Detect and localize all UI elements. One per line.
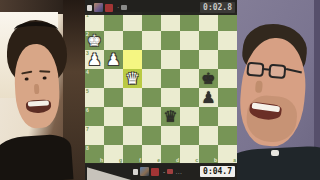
square-a8[interactable]: a [218, 145, 237, 164]
square-g6[interactable] [104, 107, 123, 126]
square-g7[interactable] [104, 126, 123, 145]
square-g4[interactable] [104, 69, 123, 88]
square-a3[interactable] [218, 50, 237, 69]
flag-icon-top [121, 5, 127, 10]
webcam-left [0, 0, 85, 180]
square-d7[interactable] [161, 126, 180, 145]
square-d2[interactable] [161, 31, 180, 50]
square-c3[interactable] [180, 50, 199, 69]
square-g3[interactable]: ♟ [104, 50, 123, 69]
square-b2[interactable] [199, 31, 218, 50]
square-a6[interactable] [218, 107, 237, 126]
square-f8[interactable]: f [123, 145, 142, 164]
square-e8[interactable]: e [142, 145, 161, 164]
square-b4[interactable]: ♚ [199, 69, 218, 88]
separator-top: · [117, 4, 119, 11]
square-c4[interactable] [180, 69, 199, 88]
person-left-smile [26, 99, 52, 113]
title-badge-icon [105, 4, 113, 12]
square-g5[interactable] [104, 88, 123, 107]
square-a7[interactable] [218, 126, 237, 145]
person-right-collar [271, 150, 279, 156]
person-left-eye [25, 77, 29, 80]
square-d5[interactable] [161, 88, 180, 107]
square-c6[interactable] [180, 107, 199, 126]
square-e3[interactable] [142, 50, 161, 69]
rank-label-6: 6 [86, 108, 89, 113]
square-a4[interactable] [218, 69, 237, 88]
player-bar-top: Infernal_XaM (2544) · 0:02.8 [85, 0, 237, 15]
rank-label-8: 8 [86, 146, 89, 151]
square-e4[interactable] [142, 69, 161, 88]
square-e2[interactable] [142, 31, 161, 50]
square-h6[interactable]: 6 [85, 107, 104, 126]
webcam-right [237, 0, 320, 180]
person-left-eyebrow [21, 70, 32, 74]
black-queen[interactable]: ♛ [163, 107, 177, 126]
square-b7[interactable] [199, 126, 218, 145]
square-d6[interactable]: ♛ [161, 107, 180, 126]
avatar-top [94, 3, 103, 12]
glasses-left-lens [246, 62, 264, 77]
square-h4[interactable]: 4 [85, 69, 104, 88]
flag-icon-bottom [167, 169, 173, 174]
white-queen[interactable]: ♛ [125, 69, 139, 88]
avatar-bottom [140, 167, 149, 176]
square-f5[interactable] [123, 88, 142, 107]
board: 12♚3♟♟4♛♚5♟6♛78hgfedcba [85, 12, 237, 164]
square-f4[interactable]: ♛ [123, 69, 142, 88]
person-right-nose [255, 80, 263, 93]
player-bar-bottom: dalmatasc81 (2614) - … 0:04.7 [85, 163, 237, 180]
square-c2[interactable] [180, 31, 199, 50]
person-left-teeth [28, 100, 49, 106]
square-c5[interactable] [180, 88, 199, 107]
white-pawn[interactable]: ♟ [106, 50, 120, 69]
rank-label-4: 4 [86, 70, 89, 75]
square-d4[interactable] [161, 69, 180, 88]
bottom-clock: 0:04.7 [200, 166, 235, 177]
glasses-right-lens [268, 64, 286, 79]
square-g8[interactable]: g [104, 145, 123, 164]
person-left-nose [34, 84, 40, 94]
overlay-badge-icon [87, 5, 92, 11]
square-a5[interactable] [218, 88, 237, 107]
board-panel: 12♚3♟♟4♛♚5♟6♛78hgfedcba Infernal_XaM (25… [85, 0, 237, 180]
person-left-shirt [0, 133, 74, 180]
square-c7[interactable] [180, 126, 199, 145]
overlay-badge-icon [133, 169, 138, 175]
white-king[interactable]: ♚ [87, 31, 101, 50]
black-pawn[interactable]: ♟ [201, 88, 215, 107]
square-d3[interactable] [161, 50, 180, 69]
square-f7[interactable] [123, 126, 142, 145]
title-badge-icon [151, 168, 159, 176]
separator-bottom: - [163, 168, 165, 175]
person-right-teeth [252, 103, 281, 113]
square-c8[interactable]: c [180, 145, 199, 164]
stream-frame: 12♚3♟♟4♛♚5♟6♛78hgfedcba Infernal_XaM (25… [0, 0, 320, 180]
square-g2[interactable] [104, 31, 123, 50]
square-h5[interactable]: 5 [85, 88, 104, 107]
square-d8[interactable]: d [161, 145, 180, 164]
square-f6[interactable] [123, 107, 142, 126]
square-e6[interactable] [142, 107, 161, 126]
square-h2[interactable]: 2♚ [85, 31, 104, 50]
square-h7[interactable]: 7 [85, 126, 104, 145]
square-f3[interactable] [123, 50, 142, 69]
square-f2[interactable] [123, 31, 142, 50]
black-king[interactable]: ♚ [201, 69, 215, 88]
white-pawn[interactable]: ♟ [87, 50, 101, 69]
square-h3[interactable]: 3♟ [85, 50, 104, 69]
square-e7[interactable] [142, 126, 161, 145]
top-clock: 0:02.8 [200, 2, 235, 13]
square-b5[interactable]: ♟ [199, 88, 218, 107]
glasses-arm [286, 68, 302, 74]
headphones-band [14, 22, 58, 38]
overlay-wedge [87, 163, 131, 180]
square-b3[interactable] [199, 50, 218, 69]
square-e5[interactable] [142, 88, 161, 107]
rank-label-5: 5 [86, 89, 89, 94]
glasses-bridge [263, 68, 270, 71]
square-b8[interactable]: b [199, 145, 218, 164]
person-left-eyebrow [39, 70, 50, 73]
square-b6[interactable] [199, 107, 218, 126]
square-a2[interactable] [218, 31, 237, 50]
rank-label-7: 7 [86, 127, 89, 132]
square-h8[interactable]: 8h [85, 145, 104, 164]
more-indicator: … [175, 168, 182, 175]
person-left-eye [43, 76, 47, 79]
